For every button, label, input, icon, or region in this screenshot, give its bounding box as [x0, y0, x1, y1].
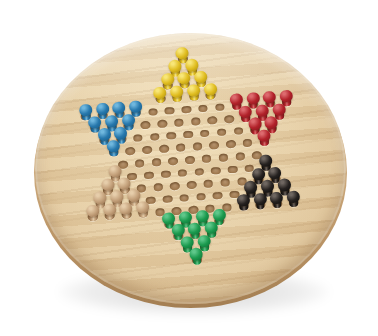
peg-head: [101, 178, 115, 191]
board-cell: [118, 208, 136, 222]
peg-head: [179, 211, 193, 224]
board-hole[interactable]: [198, 104, 208, 112]
peg-black[interactable]: [252, 199, 270, 213]
board-hole[interactable]: [140, 121, 150, 129]
board-hole[interactable]: [226, 140, 236, 148]
board-cell: [200, 177, 218, 191]
peg-head: [188, 222, 202, 235]
board-cell: [183, 178, 201, 192]
peg-natural[interactable]: [134, 207, 152, 221]
board-hole[interactable]: [166, 132, 176, 140]
board-cell: [231, 149, 249, 163]
board-hole[interactable]: [142, 146, 152, 154]
board-cell: [144, 105, 162, 119]
peg-head: [277, 178, 291, 191]
board-cell: [129, 131, 147, 145]
board-cell: [207, 164, 225, 178]
board-cell: [146, 130, 164, 144]
board-cell: [84, 210, 102, 224]
board-cell: [131, 156, 149, 170]
peg-head: [251, 168, 265, 181]
board-cell: [239, 136, 257, 150]
board-hole[interactable]: [159, 145, 169, 153]
board-cell: [190, 165, 208, 179]
board-hole[interactable]: [220, 178, 230, 186]
peg-head: [212, 208, 226, 221]
peg-head: [287, 190, 301, 203]
board-cell: [172, 141, 190, 155]
board-cell: [105, 146, 123, 160]
peg-yellow[interactable]: [185, 89, 203, 103]
board-cell: [216, 176, 234, 190]
peg-head: [253, 193, 267, 206]
peg-head: [270, 191, 284, 204]
peg-head: [114, 127, 128, 140]
board-cell: [205, 139, 223, 153]
board-hole[interactable]: [209, 141, 219, 149]
peg-head: [102, 203, 116, 216]
peg-head: [194, 70, 208, 83]
board-cell: [175, 191, 193, 205]
board-hole[interactable]: [200, 129, 210, 137]
board-cell: [170, 116, 188, 130]
peg-head: [86, 204, 100, 217]
peg-head: [272, 103, 286, 116]
peg-head: [280, 90, 294, 103]
board-cell: [148, 155, 166, 169]
board-hole[interactable]: [183, 131, 193, 139]
peg-head: [203, 82, 217, 95]
board-hole[interactable]: [153, 183, 163, 191]
board-hole[interactable]: [207, 116, 217, 124]
board-cell: [138, 143, 156, 157]
board-cell: [220, 112, 238, 126]
board-hole[interactable]: [192, 143, 202, 151]
board-hole[interactable]: [202, 155, 212, 163]
board-hole[interactable]: [165, 107, 175, 115]
board-hole[interactable]: [191, 117, 201, 125]
board-cell: [187, 115, 205, 129]
peg-head: [97, 128, 111, 141]
board-cell: [285, 196, 303, 210]
board-cell: [152, 92, 170, 106]
peg-head: [239, 105, 253, 118]
peg-head: [244, 181, 258, 194]
board-hole[interactable]: [157, 120, 167, 128]
board-cell: [192, 190, 210, 204]
board-cell: [202, 88, 220, 102]
peg-head: [257, 129, 271, 142]
peg-head: [121, 113, 135, 126]
board-hole[interactable]: [213, 192, 223, 200]
board-hole[interactable]: [194, 168, 204, 176]
peg-black[interactable]: [235, 200, 253, 214]
board-cell: [157, 167, 175, 181]
board-hole[interactable]: [243, 139, 253, 147]
board-cell: [198, 152, 216, 166]
peg-head: [95, 103, 109, 116]
board-cell: [189, 140, 207, 154]
board-cell: [179, 128, 197, 142]
peg-head: [110, 190, 124, 203]
peg-head: [170, 85, 184, 98]
peg-black[interactable]: [268, 197, 286, 211]
board-hole[interactable]: [203, 180, 213, 188]
board-hole[interactable]: [170, 182, 180, 190]
board-hole[interactable]: [224, 115, 234, 123]
peg-head: [129, 100, 143, 113]
board-cell: [153, 117, 171, 131]
board-cell: [166, 179, 184, 193]
peg-natural[interactable]: [118, 208, 136, 222]
board-hole[interactable]: [235, 152, 245, 160]
board-cell: [178, 103, 196, 117]
board-hole[interactable]: [211, 166, 221, 174]
peg-blue[interactable]: [105, 146, 123, 160]
board-hole[interactable]: [179, 194, 189, 202]
peg-natural[interactable]: [101, 209, 119, 223]
board-cell: [163, 129, 181, 143]
peg-natural[interactable]: [84, 210, 102, 224]
board-hole[interactable]: [228, 165, 238, 173]
peg-head: [180, 236, 194, 249]
board-hole[interactable]: [162, 195, 172, 203]
peg-head: [229, 93, 243, 106]
board-hole[interactable]: [215, 103, 225, 111]
board-cell: [159, 192, 177, 206]
board-cell: [185, 89, 203, 103]
peg-yellow[interactable]: [152, 92, 170, 106]
board-hole[interactable]: [217, 128, 227, 136]
peg-green[interactable]: [188, 253, 206, 267]
board-cell: [168, 91, 186, 105]
chinese-checkers-scene: [0, 0, 378, 336]
board-cell: [194, 101, 212, 115]
peg-head: [248, 117, 262, 130]
board-cell: [134, 207, 152, 221]
board-hole[interactable]: [177, 169, 187, 177]
board-cell: [181, 153, 199, 167]
board-hole[interactable]: [151, 158, 161, 166]
peg-head: [197, 234, 211, 247]
peg-head: [112, 101, 126, 114]
peg-head: [190, 248, 204, 261]
peg-field: [0, 0, 378, 336]
board-cell: [213, 125, 231, 139]
board-hole[interactable]: [144, 171, 154, 179]
board-cell: [140, 168, 158, 182]
board-hole[interactable]: [196, 193, 206, 201]
board-cell: [122, 144, 140, 158]
peg-head: [117, 177, 131, 190]
peg-head: [136, 201, 150, 214]
board-cell: [222, 137, 240, 151]
board-cell: [101, 209, 119, 223]
board-cell: [161, 104, 179, 118]
peg-head: [177, 72, 191, 85]
board-cell: [149, 180, 167, 194]
peg-head: [187, 84, 201, 97]
board-hole[interactable]: [187, 181, 197, 189]
peg-head: [195, 209, 209, 222]
board-hole[interactable]: [181, 105, 191, 113]
board-cell: [174, 166, 192, 180]
board-cell: [188, 253, 206, 267]
peg-head: [259, 154, 273, 167]
board-cell: [235, 200, 253, 214]
peg-head: [185, 59, 199, 72]
board-cell: [215, 151, 233, 165]
peg-head: [93, 191, 107, 204]
board-cell: [256, 135, 274, 149]
peg-yellow[interactable]: [202, 88, 220, 102]
board-cell: [196, 127, 214, 141]
peg-head: [263, 91, 277, 104]
peg-head: [119, 202, 133, 215]
board-cell: [211, 100, 229, 114]
board-cell: [230, 124, 248, 138]
board-cell: [252, 199, 270, 213]
board-cell: [224, 163, 242, 177]
board-hole[interactable]: [125, 147, 135, 155]
board-hole[interactable]: [148, 108, 158, 116]
peg-head: [106, 140, 120, 153]
board-hole[interactable]: [174, 119, 184, 127]
board-hole[interactable]: [185, 156, 195, 164]
peg-head: [255, 104, 269, 117]
peg-red[interactable]: [256, 135, 274, 149]
board-cell: [209, 189, 227, 203]
peg-head: [88, 116, 102, 129]
board-hole[interactable]: [161, 170, 171, 178]
peg-black[interactable]: [285, 196, 303, 210]
board-cell: [164, 154, 182, 168]
board-hole[interactable]: [133, 134, 143, 142]
board-hole[interactable]: [135, 159, 145, 167]
board-hole[interactable]: [176, 144, 186, 152]
board-cell: [204, 113, 222, 127]
peg-head: [127, 189, 141, 202]
board-hole[interactable]: [150, 133, 160, 141]
board-cell: [137, 118, 155, 132]
peg-head: [105, 115, 119, 128]
peg-head: [205, 221, 219, 234]
peg-head: [265, 116, 279, 129]
peg-head: [236, 194, 250, 207]
board-cell: [268, 197, 286, 211]
peg-head: [176, 47, 190, 60]
peg-head: [108, 165, 122, 178]
peg-yellow[interactable]: [168, 91, 186, 105]
peg-head: [261, 180, 275, 193]
board-hole[interactable]: [218, 153, 228, 161]
board-hole[interactable]: [168, 157, 178, 165]
board-hole[interactable]: [233, 127, 243, 135]
board-cell: [155, 142, 173, 156]
peg-head: [168, 60, 182, 73]
peg-head: [161, 73, 175, 86]
